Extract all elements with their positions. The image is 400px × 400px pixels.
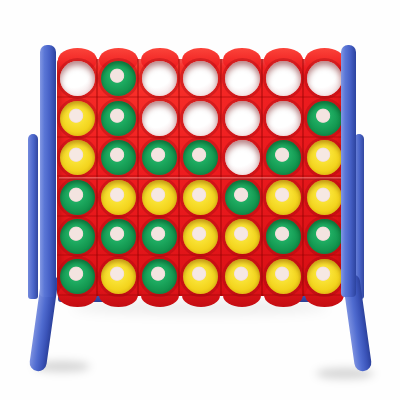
green-disc (60, 219, 95, 254)
cell-r3c4[interactable] (180, 138, 221, 178)
cell-r4c4[interactable] (180, 178, 221, 218)
cell-r5c1[interactable] (57, 217, 98, 257)
empty-hole (142, 101, 177, 136)
yellow-disc (142, 180, 177, 215)
cell-r6c2[interactable] (98, 257, 139, 297)
cell-r4c3[interactable] (139, 178, 180, 218)
cell-r5c5[interactable] (222, 217, 263, 257)
cell-r3c2[interactable] (98, 138, 139, 178)
left-post (40, 45, 56, 297)
yellow-disc (183, 180, 218, 215)
green-disc (183, 140, 218, 175)
cell-r2c7[interactable] (304, 99, 345, 139)
cell-r1c5[interactable] (222, 59, 263, 99)
cell-r6c4[interactable] (180, 257, 221, 297)
yellow-disc (307, 140, 342, 175)
green-disc (60, 180, 95, 215)
cell-r5c3[interactable] (139, 217, 180, 257)
game-board (57, 59, 345, 296)
cell-r1c4[interactable] (180, 59, 221, 99)
cell-r5c7[interactable] (304, 217, 345, 257)
cell-r3c6[interactable] (263, 138, 304, 178)
green-disc (101, 140, 136, 175)
cell-r2c2[interactable] (98, 99, 139, 139)
yellow-disc (60, 101, 95, 136)
empty-hole (60, 61, 95, 96)
cell-r4c1[interactable] (57, 178, 98, 218)
yellow-disc (183, 219, 218, 254)
empty-hole (183, 61, 218, 96)
cell-r6c5[interactable] (222, 257, 263, 297)
cell-r1c6[interactable] (263, 59, 304, 99)
cell-r3c3[interactable] (139, 138, 180, 178)
yellow-disc (101, 259, 136, 294)
yellow-disc (266, 180, 301, 215)
empty-hole (142, 61, 177, 96)
cell-r4c2[interactable] (98, 178, 139, 218)
cell-r2c5[interactable] (222, 99, 263, 139)
empty-hole (183, 101, 218, 136)
cell-r2c3[interactable] (139, 99, 180, 139)
green-disc (101, 61, 136, 96)
cell-r4c6[interactable] (263, 178, 304, 218)
green-disc (307, 101, 342, 136)
yellow-disc (101, 180, 136, 215)
yellow-disc (307, 180, 342, 215)
green-disc (101, 101, 136, 136)
green-disc (142, 219, 177, 254)
left-outer-post (28, 134, 38, 299)
cell-r5c6[interactable] (263, 217, 304, 257)
cell-r5c4[interactable] (180, 217, 221, 257)
connect-four-set (0, 0, 400, 400)
green-disc (142, 140, 177, 175)
yellow-disc (225, 219, 260, 254)
empty-hole (225, 140, 260, 175)
green-disc (142, 259, 177, 294)
green-disc (60, 259, 95, 294)
cell-r6c7[interactable] (304, 257, 345, 297)
yellow-disc (60, 140, 95, 175)
yellow-disc (307, 259, 342, 294)
cell-r3c5[interactable] (222, 138, 263, 178)
green-disc (101, 219, 136, 254)
cell-r2c6[interactable] (263, 99, 304, 139)
empty-hole (307, 61, 342, 96)
cell-r6c6[interactable] (263, 257, 304, 297)
cell-r5c2[interactable] (98, 217, 139, 257)
cell-r2c4[interactable] (180, 99, 221, 139)
empty-hole (266, 61, 301, 96)
cell-r6c1[interactable] (57, 257, 98, 297)
cell-r3c1[interactable] (57, 138, 98, 178)
yellow-disc (266, 259, 301, 294)
right-post (341, 45, 356, 297)
cell-r1c2[interactable] (98, 59, 139, 99)
green-disc (307, 219, 342, 254)
cell-r4c7[interactable] (304, 178, 345, 218)
cell-r1c3[interactable] (139, 59, 180, 99)
green-disc (266, 140, 301, 175)
empty-hole (225, 61, 260, 96)
cell-r1c7[interactable] (304, 59, 345, 99)
cell-r6c3[interactable] (139, 257, 180, 297)
cell-r3c7[interactable] (304, 138, 345, 178)
green-disc (225, 180, 260, 215)
green-disc (266, 219, 301, 254)
empty-hole (266, 101, 301, 136)
cell-r4c5[interactable] (222, 178, 263, 218)
cell-r2c1[interactable] (57, 99, 98, 139)
yellow-disc (225, 259, 260, 294)
empty-hole (225, 101, 260, 136)
board-mid-seam (59, 177, 343, 180)
yellow-disc (183, 259, 218, 294)
cell-r1c1[interactable] (57, 59, 98, 99)
